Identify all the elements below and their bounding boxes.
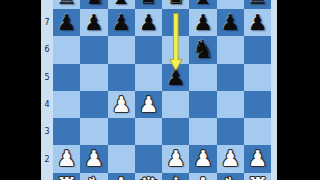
square-e4[interactable]: [162, 91, 189, 118]
square-e6[interactable]: [162, 36, 189, 63]
square-g5[interactable]: [217, 64, 244, 91]
white-knight-b1[interactable]: ♞: [83, 172, 105, 180]
square-b1[interactable]: ♞: [80, 173, 107, 180]
black-pawn-c7[interactable]: ♟: [111, 9, 131, 36]
square-g2[interactable]: ♟: [217, 145, 244, 172]
white-rook-a1[interactable]: ♜: [55, 172, 77, 180]
black-bishop-c8[interactable]: ♝: [110, 0, 132, 9]
white-queen-d1[interactable]: ♛: [137, 172, 159, 180]
rank-label-4: 4: [41, 91, 53, 118]
black-knight-f6[interactable]: ♞: [192, 36, 214, 63]
square-c7[interactable]: ♟: [108, 9, 135, 36]
square-g1[interactable]: ♞: [217, 173, 244, 180]
square-b6[interactable]: [80, 36, 107, 63]
black-rook-a8[interactable]: ♜: [55, 0, 77, 9]
square-g6[interactable]: [217, 36, 244, 63]
black-bishop-f8[interactable]: ♝: [192, 0, 214, 9]
white-bishop-c1[interactable]: ♝: [110, 172, 132, 180]
black-pawn-a7[interactable]: ♟: [57, 9, 77, 36]
square-b3[interactable]: [80, 118, 107, 145]
square-h7[interactable]: ♟: [244, 9, 271, 36]
square-f5[interactable]: [189, 64, 216, 91]
white-pawn-d4[interactable]: ♟: [139, 90, 159, 117]
square-c6[interactable]: [108, 36, 135, 63]
square-b5[interactable]: [80, 64, 107, 91]
black-knight-b8[interactable]: ♞: [83, 0, 105, 9]
white-king-e1[interactable]: ♚: [165, 172, 187, 180]
square-b4[interactable]: [80, 91, 107, 118]
rank-label-5: 5: [41, 64, 53, 91]
square-e1[interactable]: ♚: [162, 173, 189, 180]
square-f4[interactable]: [189, 91, 216, 118]
black-rook-h8[interactable]: ♜: [247, 0, 269, 9]
square-c4[interactable]: ♟: [108, 91, 135, 118]
black-queen-d8[interactable]: ♛: [137, 0, 159, 9]
square-e3[interactable]: [162, 118, 189, 145]
board-right-border: [271, 0, 276, 180]
white-pawn-g2[interactable]: ♟: [221, 145, 241, 172]
square-a2[interactable]: ♟: [53, 145, 80, 172]
square-h6[interactable]: [244, 36, 271, 63]
square-b7[interactable]: ♟: [80, 9, 107, 36]
square-d3[interactable]: [135, 118, 162, 145]
black-pawn-h7[interactable]: ♟: [248, 9, 268, 36]
square-c1[interactable]: ♝: [108, 173, 135, 180]
rank-label-7: 7: [41, 9, 53, 36]
square-c3[interactable]: [108, 118, 135, 145]
black-pawn-g7[interactable]: ♟: [221, 9, 241, 36]
square-a7[interactable]: ♟: [53, 9, 80, 36]
rank-label-strip: 765432: [41, 0, 53, 180]
square-d5[interactable]: [135, 64, 162, 91]
square-g4[interactable]: [217, 91, 244, 118]
white-pawn-b2[interactable]: ♟: [84, 145, 104, 172]
white-pawn-a2[interactable]: ♟: [57, 145, 77, 172]
square-d4[interactable]: ♟: [135, 91, 162, 118]
square-g3[interactable]: [217, 118, 244, 145]
square-f7[interactable]: ♟: [189, 9, 216, 36]
square-a6[interactable]: [53, 36, 80, 63]
square-f6[interactable]: ♞: [189, 36, 216, 63]
white-pawn-c4[interactable]: ♟: [111, 90, 131, 117]
square-h2[interactable]: ♟: [244, 145, 271, 172]
square-e2[interactable]: ♟: [162, 145, 189, 172]
square-a4[interactable]: [53, 91, 80, 118]
square-a3[interactable]: [53, 118, 80, 145]
square-f1[interactable]: ♝: [189, 173, 216, 180]
square-c2[interactable]: [108, 145, 135, 172]
white-rook-h1[interactable]: ♜: [247, 172, 269, 180]
white-pawn-h2[interactable]: ♟: [248, 145, 268, 172]
white-bishop-f1[interactable]: ♝: [192, 172, 214, 180]
square-h5[interactable]: [244, 64, 271, 91]
square-g7[interactable]: ♟: [217, 9, 244, 36]
square-a1[interactable]: ♜: [53, 173, 80, 180]
rank-label-6: 6: [41, 36, 53, 63]
square-f2[interactable]: ♟: [189, 145, 216, 172]
white-knight-g1[interactable]: ♞: [219, 172, 241, 180]
square-d2[interactable]: [135, 145, 162, 172]
square-d1[interactable]: ♛: [135, 173, 162, 180]
square-b2[interactable]: ♟: [80, 145, 107, 172]
square-d6[interactable]: [135, 36, 162, 63]
white-pawn-e2[interactable]: ♟: [166, 145, 186, 172]
square-e8[interactable]: ♚: [162, 0, 189, 9]
chess-diagram-stage: 765432 ♜♞♝♛♚♝♜♟♟♟♟♟♟♟♞♟♟♟♟♟♟♟♟♟♜♞♝♛♚♝♞♜: [0, 0, 320, 180]
square-c5[interactable]: [108, 64, 135, 91]
black-pawn-e5[interactable]: ♟: [166, 63, 186, 90]
square-h3[interactable]: [244, 118, 271, 145]
black-pawn-d7[interactable]: ♟: [139, 9, 159, 36]
square-e7[interactable]: [162, 9, 189, 36]
white-pawn-f2[interactable]: ♟: [193, 145, 213, 172]
square-h4[interactable]: [244, 91, 271, 118]
square-f3[interactable]: [189, 118, 216, 145]
black-king-e8[interactable]: ♚: [165, 0, 187, 9]
black-pawn-b7[interactable]: ♟: [84, 9, 104, 36]
black-pawn-f7[interactable]: ♟: [193, 9, 213, 36]
rank-label-3: 3: [41, 118, 53, 145]
square-h1[interactable]: ♜: [244, 173, 271, 180]
square-d7[interactable]: ♟: [135, 9, 162, 36]
square-e5[interactable]: ♟: [162, 64, 189, 91]
square-a5[interactable]: [53, 64, 80, 91]
rank-label-2: 2: [41, 146, 53, 173]
chess-board: ♜♞♝♛♚♝♜♟♟♟♟♟♟♟♞♟♟♟♟♟♟♟♟♟♜♞♝♛♚♝♞♜: [53, 0, 271, 180]
